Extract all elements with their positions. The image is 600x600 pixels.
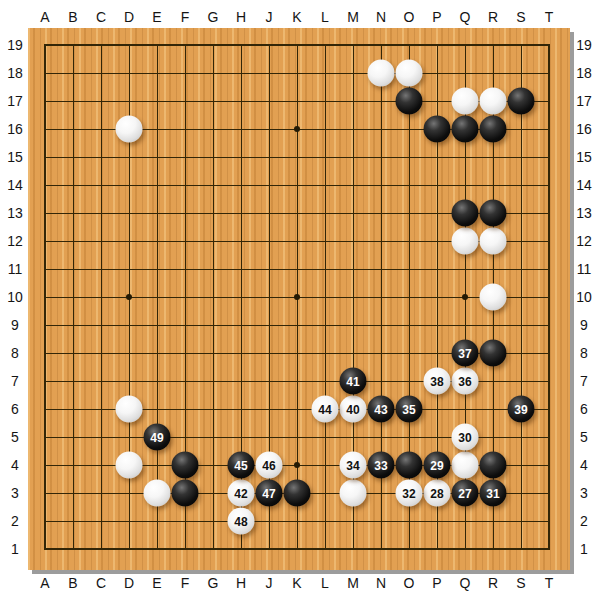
row-label-left-16: 16 xyxy=(7,122,23,136)
grid-vertical-line xyxy=(521,45,522,550)
row-label-left-1: 1 xyxy=(11,542,19,556)
col-label-bottom-K: K xyxy=(292,576,301,590)
stone-white-O18 xyxy=(396,60,423,87)
col-label-top-R: R xyxy=(488,10,498,24)
move-number-label: 35 xyxy=(402,403,415,415)
col-label-top-L: L xyxy=(321,10,329,24)
row-label-right-11: 11 xyxy=(577,262,592,276)
move-number-label: 29 xyxy=(430,459,443,471)
move-number-label: 41 xyxy=(346,375,359,387)
move-number-label: 45 xyxy=(234,459,247,471)
stone-black-K3 xyxy=(284,480,311,507)
row-label-left-4: 4 xyxy=(11,458,19,472)
col-label-bottom-N: N xyxy=(376,576,386,590)
row-label-left-12: 12 xyxy=(7,234,23,248)
stone-black-P16 xyxy=(424,116,451,143)
row-label-right-7: 7 xyxy=(580,374,588,388)
col-label-top-S: S xyxy=(516,10,525,24)
stone-white-H3: 42 xyxy=(228,480,255,507)
move-number-label: 39 xyxy=(514,403,527,415)
col-label-top-C: C xyxy=(96,10,106,24)
col-label-bottom-H: H xyxy=(236,576,246,590)
row-label-right-8: 8 xyxy=(580,346,588,360)
row-label-left-19: 19 xyxy=(7,38,23,52)
row-label-right-19: 19 xyxy=(576,38,592,52)
stone-black-F4 xyxy=(172,452,199,479)
row-label-left-9: 9 xyxy=(11,318,19,332)
stone-white-M6: 40 xyxy=(340,396,367,423)
col-label-bottom-T: T xyxy=(545,576,554,590)
row-label-left-7: 7 xyxy=(11,374,19,388)
row-label-right-18: 18 xyxy=(576,66,592,80)
stone-black-S17 xyxy=(508,88,535,115)
stone-black-N6: 43 xyxy=(368,396,395,423)
stone-black-R4 xyxy=(480,452,507,479)
row-label-right-3: 3 xyxy=(580,486,588,500)
row-label-right-16: 16 xyxy=(576,122,592,136)
move-number-label: 37 xyxy=(458,347,471,359)
row-label-left-3: 3 xyxy=(11,486,19,500)
col-label-top-F: F xyxy=(181,10,190,24)
row-label-right-5: 5 xyxy=(580,430,588,444)
row-label-left-14: 14 xyxy=(7,178,23,192)
move-number-label: 46 xyxy=(262,459,275,471)
stone-black-E5: 49 xyxy=(144,424,171,451)
row-label-left-13: 13 xyxy=(7,206,23,220)
go-board[interactable]: 2728293031323334353637383940414243444546… xyxy=(28,28,570,570)
row-label-left-6: 6 xyxy=(11,402,19,416)
move-number-label: 34 xyxy=(346,459,359,471)
col-label-bottom-G: G xyxy=(208,576,219,590)
grid-horizontal-line xyxy=(45,325,550,326)
stone-black-F3 xyxy=(172,480,199,507)
col-label-bottom-B: B xyxy=(68,576,77,590)
stone-white-R12 xyxy=(480,228,507,255)
row-label-left-11: 11 xyxy=(8,262,23,276)
row-label-left-8: 8 xyxy=(11,346,19,360)
stone-white-P3: 28 xyxy=(424,480,451,507)
col-label-bottom-L: L xyxy=(321,576,329,590)
col-label-bottom-E: E xyxy=(152,576,161,590)
stone-black-O4 xyxy=(396,452,423,479)
row-label-left-2: 2 xyxy=(11,514,19,528)
stone-white-M3 xyxy=(340,480,367,507)
stone-white-Q12 xyxy=(452,228,479,255)
stone-white-Q7: 36 xyxy=(452,368,479,395)
row-label-left-18: 18 xyxy=(7,66,23,80)
stone-black-S6: 39 xyxy=(508,396,535,423)
row-label-left-15: 15 xyxy=(7,150,23,164)
move-number-label: 36 xyxy=(458,375,471,387)
row-label-right-9: 9 xyxy=(580,318,588,332)
move-number-label: 30 xyxy=(458,431,471,443)
col-label-bottom-O: O xyxy=(404,576,415,590)
grid-vertical-line xyxy=(325,45,326,550)
stone-white-R10 xyxy=(480,284,507,311)
move-number-label: 31 xyxy=(486,487,499,499)
stone-white-M4: 34 xyxy=(340,452,367,479)
col-label-top-H: H xyxy=(236,10,246,24)
row-label-right-4: 4 xyxy=(580,458,588,472)
col-label-top-J: J xyxy=(266,10,273,24)
row-label-right-10: 10 xyxy=(576,290,592,304)
col-label-top-K: K xyxy=(292,10,301,24)
star-point-K4 xyxy=(294,462,300,468)
stone-white-N18 xyxy=(368,60,395,87)
stone-white-R17 xyxy=(480,88,507,115)
move-number-label: 38 xyxy=(430,375,443,387)
col-label-top-A: A xyxy=(40,10,49,24)
stone-black-H4: 45 xyxy=(228,452,255,479)
col-label-top-B: B xyxy=(68,10,77,24)
col-label-bottom-P: P xyxy=(432,576,441,590)
col-label-bottom-M: M xyxy=(347,576,359,590)
move-number-label: 43 xyxy=(374,403,387,415)
row-label-left-17: 17 xyxy=(7,94,23,108)
stone-white-Q4 xyxy=(452,452,479,479)
col-label-top-M: M xyxy=(347,10,359,24)
move-number-label: 47 xyxy=(262,487,275,499)
star-point-K10 xyxy=(294,294,300,300)
stone-white-E3 xyxy=(144,480,171,507)
move-number-label: 42 xyxy=(234,487,247,499)
grid-horizontal-line xyxy=(45,521,550,522)
stone-white-D4 xyxy=(116,452,143,479)
stone-black-P4: 29 xyxy=(424,452,451,479)
col-label-top-E: E xyxy=(152,10,161,24)
move-number-label: 33 xyxy=(374,459,387,471)
grid-vertical-line xyxy=(549,45,550,550)
row-label-right-12: 12 xyxy=(576,234,592,248)
stone-black-R8 xyxy=(480,340,507,367)
move-number-label: 44 xyxy=(318,403,331,415)
move-number-label: 27 xyxy=(458,487,471,499)
stone-white-Q17 xyxy=(452,88,479,115)
row-label-right-1: 1 xyxy=(580,542,588,556)
stone-black-Q13 xyxy=(452,200,479,227)
go-board-screen: 2728293031323334353637383940414243444546… xyxy=(0,0,600,600)
stone-white-J4: 46 xyxy=(256,452,283,479)
row-label-left-10: 10 xyxy=(7,290,23,304)
stone-black-R3: 31 xyxy=(480,480,507,507)
star-point-D10 xyxy=(126,294,132,300)
stone-white-O3: 32 xyxy=(396,480,423,507)
col-label-top-Q: Q xyxy=(460,10,471,24)
stone-white-L6: 44 xyxy=(312,396,339,423)
stone-white-P7: 38 xyxy=(424,368,451,395)
move-number-label: 40 xyxy=(346,403,359,415)
move-number-label: 32 xyxy=(402,487,415,499)
grid-horizontal-line xyxy=(45,549,550,550)
stone-black-O6: 35 xyxy=(396,396,423,423)
col-label-bottom-S: S xyxy=(516,576,525,590)
move-number-label: 48 xyxy=(234,515,247,527)
col-label-bottom-Q: Q xyxy=(460,576,471,590)
col-label-top-D: D xyxy=(124,10,134,24)
stone-white-D16 xyxy=(116,116,143,143)
col-label-bottom-F: F xyxy=(181,576,190,590)
row-label-right-13: 13 xyxy=(576,206,592,220)
stone-black-J3: 47 xyxy=(256,480,283,507)
col-label-bottom-D: D xyxy=(124,576,134,590)
row-label-right-15: 15 xyxy=(576,150,592,164)
row-label-right-14: 14 xyxy=(576,178,592,192)
col-label-top-G: G xyxy=(208,10,219,24)
stone-black-Q3: 27 xyxy=(452,480,479,507)
stone-white-H2: 48 xyxy=(228,508,255,535)
move-number-label: 28 xyxy=(430,487,443,499)
stone-black-N4: 33 xyxy=(368,452,395,479)
star-point-K16 xyxy=(294,126,300,132)
stone-white-D6 xyxy=(116,396,143,423)
col-label-top-N: N xyxy=(376,10,386,24)
col-label-top-T: T xyxy=(545,10,554,24)
stone-black-M7: 41 xyxy=(340,368,367,395)
col-label-bottom-J: J xyxy=(266,576,273,590)
col-label-top-O: O xyxy=(404,10,415,24)
row-label-right-2: 2 xyxy=(580,514,588,528)
col-label-bottom-A: A xyxy=(40,576,49,590)
stone-black-Q16 xyxy=(452,116,479,143)
col-label-bottom-C: C xyxy=(96,576,106,590)
stone-black-R13 xyxy=(480,200,507,227)
row-label-right-17: 17 xyxy=(576,94,592,108)
stone-black-Q8: 37 xyxy=(452,340,479,367)
col-label-top-P: P xyxy=(432,10,441,24)
row-label-right-6: 6 xyxy=(580,402,588,416)
stone-white-Q5: 30 xyxy=(452,424,479,451)
stone-black-R16 xyxy=(480,116,507,143)
star-point-Q10 xyxy=(462,294,468,300)
move-number-label: 49 xyxy=(150,431,163,443)
stone-black-O17 xyxy=(396,88,423,115)
row-label-left-5: 5 xyxy=(11,430,19,444)
col-label-bottom-R: R xyxy=(488,576,498,590)
